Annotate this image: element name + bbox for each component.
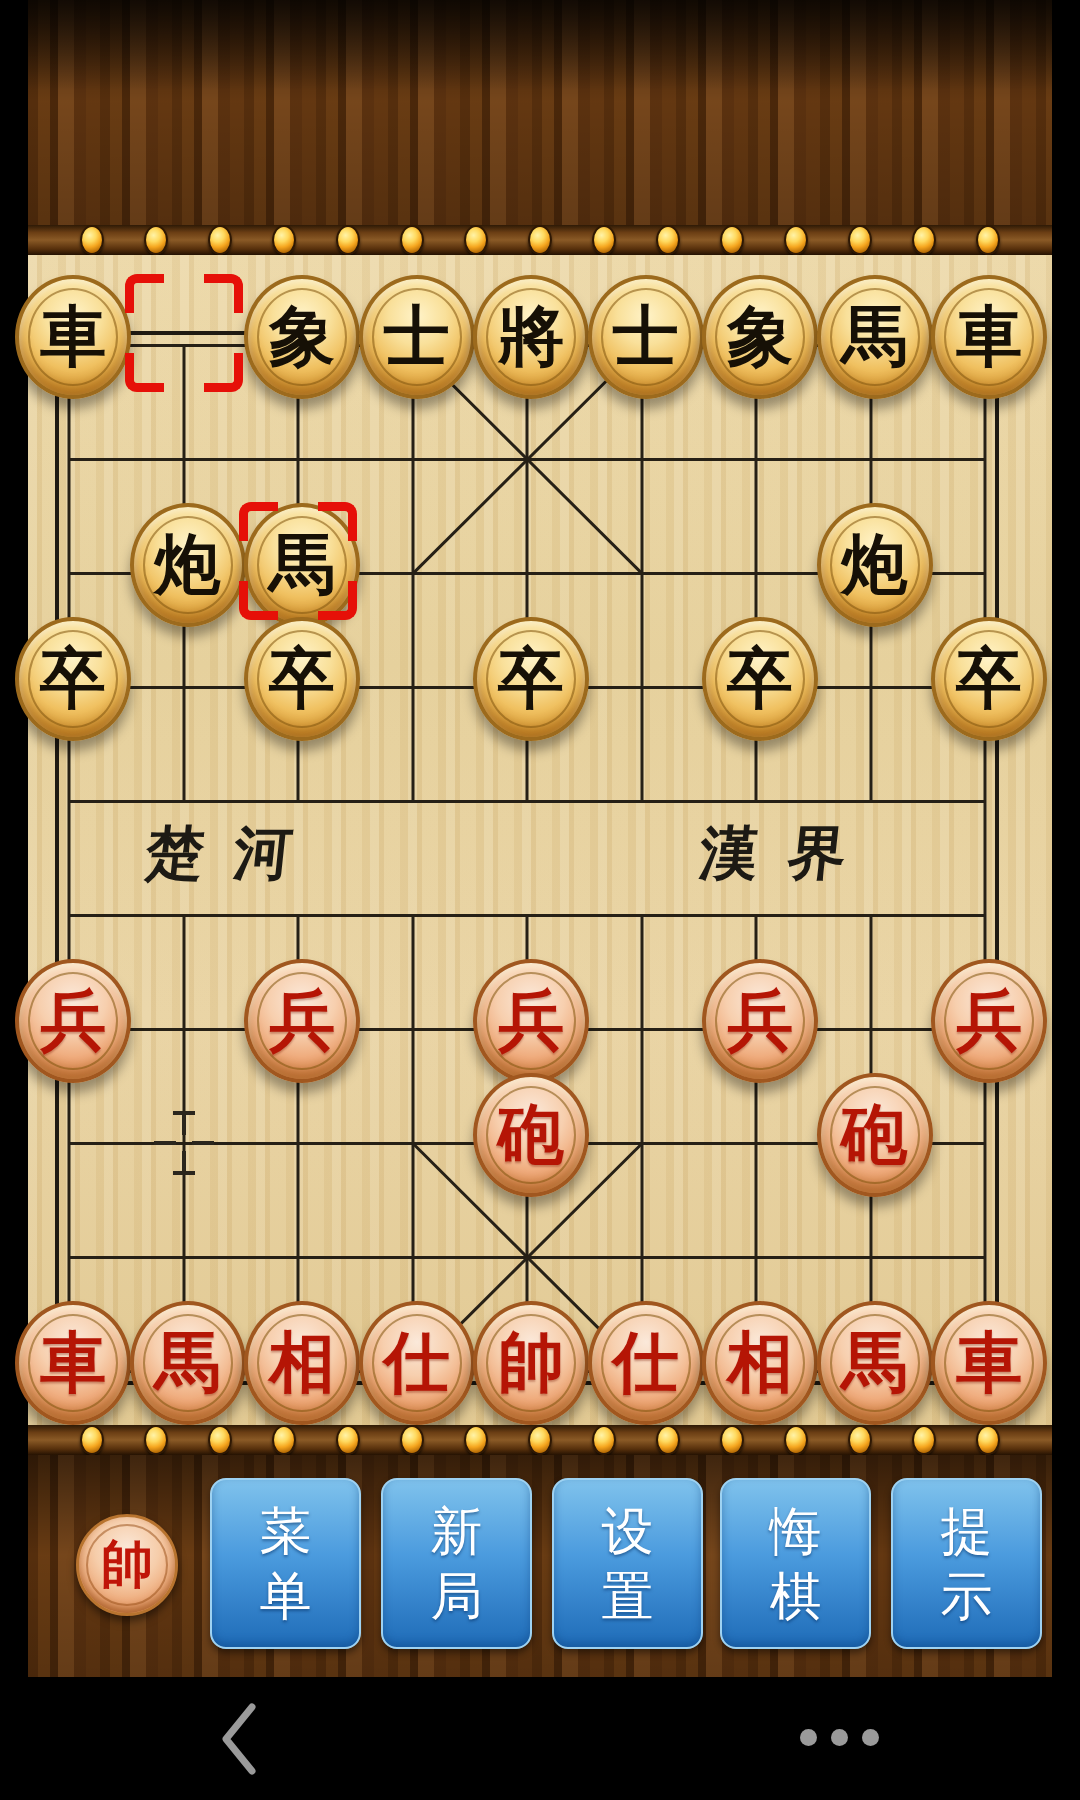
piece-glyph: 象 xyxy=(727,304,793,370)
piece-glyph: 士 xyxy=(384,304,450,370)
gold-stud xyxy=(656,225,680,255)
piece-glyph: 車 xyxy=(956,304,1022,370)
piece-glyph: 兵 xyxy=(40,988,106,1054)
top-stud-bar xyxy=(28,225,1052,255)
piece-glyph: 將 xyxy=(498,304,564,370)
piece-black-士-f3r0[interactable]: 士 xyxy=(359,275,475,399)
piece-red-兵-f2r6[interactable]: 兵 xyxy=(244,959,360,1083)
piece-red-相-f2r9[interactable]: 相 xyxy=(244,1301,360,1425)
piece-black-象-f6r0[interactable]: 象 xyxy=(702,275,818,399)
piece-red-仕-f3r9[interactable]: 仕 xyxy=(359,1301,475,1425)
piece-glyph: 車 xyxy=(40,304,106,370)
piece-glyph: 仕 xyxy=(384,1330,450,1396)
back-chevron-icon[interactable] xyxy=(218,1701,262,1777)
gold-stud xyxy=(80,225,104,255)
gold-stud xyxy=(912,225,936,255)
gold-stud xyxy=(464,225,488,255)
gold-stud xyxy=(784,1425,808,1455)
xiangqi-app-screen: 楚河 漢界 車象士將士象馬車炮馬炮卒卒卒卒卒兵兵兵兵兵砲砲車馬相仕帥仕相馬車 帥… xyxy=(0,0,1080,1800)
last-move-marker-brackets xyxy=(239,502,357,620)
piece-glyph: 馬 xyxy=(842,1330,908,1396)
settings-button-label: 设置 xyxy=(599,1499,657,1629)
piece-red-馬-f7r9[interactable]: 馬 xyxy=(817,1301,933,1425)
gold-stud xyxy=(848,1425,872,1455)
gold-stud xyxy=(528,225,552,255)
piece-red-相-f6r9[interactable]: 相 xyxy=(702,1301,818,1425)
piece-red-砲-f7r7[interactable]: 砲 xyxy=(817,1073,933,1197)
gold-stud xyxy=(592,225,616,255)
gold-stud xyxy=(208,1425,232,1455)
piece-glyph: 卒 xyxy=(498,646,564,712)
piece-black-卒-f8r3[interactable]: 卒 xyxy=(931,617,1047,741)
gold-stud xyxy=(208,225,232,255)
gold-stud xyxy=(80,1425,104,1455)
piece-glyph: 炮 xyxy=(842,532,908,598)
gold-stud xyxy=(720,1425,744,1455)
gold-stud xyxy=(272,225,296,255)
piece-black-將-f4r0[interactable]: 將 xyxy=(473,275,589,399)
piece-black-卒-f0r3[interactable]: 卒 xyxy=(15,617,131,741)
gold-stud xyxy=(400,1425,424,1455)
menu-button[interactable]: 菜单 xyxy=(210,1478,361,1649)
piece-black-卒-f2r3[interactable]: 卒 xyxy=(244,617,360,741)
piece-glyph: 車 xyxy=(956,1330,1022,1396)
piece-black-象-f2r0[interactable]: 象 xyxy=(244,275,360,399)
hint-button[interactable]: 提示 xyxy=(891,1478,1042,1649)
piece-black-馬-f7r0[interactable]: 馬 xyxy=(817,275,933,399)
piece-glyph: 馬 xyxy=(842,304,908,370)
gold-stud xyxy=(272,1425,296,1455)
bottom-stud-bar xyxy=(28,1425,1052,1455)
last-move-marker-brackets xyxy=(125,274,243,392)
move-origin-crosshair-marker xyxy=(152,1111,216,1175)
piece-glyph: 兵 xyxy=(269,988,335,1054)
piece-glyph: 炮 xyxy=(155,532,221,598)
piece-black-車-f8r0[interactable]: 車 xyxy=(931,275,1047,399)
xiangqi-board[interactable]: 楚河 漢界 車象士將士象馬車炮馬炮卒卒卒卒卒兵兵兵兵兵砲砲車馬相仕帥仕相馬車 xyxy=(28,255,1052,1425)
piece-red-兵-f6r6[interactable]: 兵 xyxy=(702,959,818,1083)
red-general-glyph: 帥 xyxy=(101,1530,153,1600)
system-nav-bar xyxy=(0,1677,1080,1800)
gold-stud xyxy=(336,1425,360,1455)
piece-black-炮-f1r2[interactable]: 炮 xyxy=(130,503,246,627)
undo-move-button[interactable]: 悔棋 xyxy=(720,1478,871,1649)
piece-glyph: 卒 xyxy=(727,646,793,712)
piece-red-車-f8r9[interactable]: 車 xyxy=(931,1301,1047,1425)
gold-stud xyxy=(912,1425,936,1455)
piece-glyph: 砲 xyxy=(842,1102,908,1168)
piece-glyph: 車 xyxy=(40,1330,106,1396)
grid-line xyxy=(68,345,71,1371)
gold-stud xyxy=(592,1425,616,1455)
gold-stud xyxy=(976,1425,1000,1455)
settings-button[interactable]: 设置 xyxy=(552,1478,703,1649)
gold-stud xyxy=(720,225,744,255)
undo-move-button-label: 悔棋 xyxy=(767,1499,825,1629)
gold-stud xyxy=(848,225,872,255)
gold-stud xyxy=(976,225,1000,255)
piece-red-砲-f4r7[interactable]: 砲 xyxy=(473,1073,589,1197)
piece-glyph: 卒 xyxy=(956,646,1022,712)
piece-glyph: 兵 xyxy=(727,988,793,1054)
piece-glyph: 仕 xyxy=(613,1330,679,1396)
piece-red-仕-f5r9[interactable]: 仕 xyxy=(588,1301,704,1425)
top-wood-panel xyxy=(28,0,1052,225)
piece-glyph: 兵 xyxy=(498,988,564,1054)
piece-black-士-f5r0[interactable]: 士 xyxy=(588,275,704,399)
piece-glyph: 帥 xyxy=(498,1330,564,1396)
grid-line xyxy=(984,345,987,1371)
bottom-toolbar: 帥 菜单 新局 设置 悔棋 提示 xyxy=(28,1455,1052,1677)
red-general-piece-button[interactable]: 帥 xyxy=(76,1514,178,1616)
piece-glyph: 馬 xyxy=(155,1330,221,1396)
piece-glyph: 兵 xyxy=(956,988,1022,1054)
piece-black-炮-f7r2[interactable]: 炮 xyxy=(817,503,933,627)
gold-stud xyxy=(464,1425,488,1455)
piece-glyph: 相 xyxy=(269,1330,335,1396)
piece-glyph: 卒 xyxy=(40,646,106,712)
piece-red-兵-f4r6[interactable]: 兵 xyxy=(473,959,589,1083)
gold-stud xyxy=(528,1425,552,1455)
piece-red-車-f0r9[interactable]: 車 xyxy=(15,1301,131,1425)
piece-red-兵-f8r6[interactable]: 兵 xyxy=(931,959,1047,1083)
gold-stud xyxy=(336,225,360,255)
piece-black-卒-f4r3[interactable]: 卒 xyxy=(473,617,589,741)
piece-glyph: 士 xyxy=(613,304,679,370)
piece-glyph: 卒 xyxy=(269,646,335,712)
more-options-icon[interactable] xyxy=(800,1729,879,1746)
piece-red-馬-f1r9[interactable]: 馬 xyxy=(130,1301,246,1425)
menu-button-label: 菜单 xyxy=(257,1499,315,1629)
gold-stud xyxy=(784,225,808,255)
piece-glyph: 砲 xyxy=(498,1102,564,1168)
new-game-button[interactable]: 新局 xyxy=(381,1478,532,1649)
gold-stud xyxy=(144,1425,168,1455)
gold-stud xyxy=(656,1425,680,1455)
gold-stud xyxy=(144,225,168,255)
piece-red-帥-f4r9[interactable]: 帥 xyxy=(473,1301,589,1425)
piece-black-卒-f6r3[interactable]: 卒 xyxy=(702,617,818,741)
gold-stud xyxy=(400,225,424,255)
piece-glyph: 象 xyxy=(269,304,335,370)
piece-glyph: 相 xyxy=(727,1330,793,1396)
piece-black-車-f0r0[interactable]: 車 xyxy=(15,275,131,399)
hint-button-label: 提示 xyxy=(938,1499,996,1629)
piece-red-兵-f0r6[interactable]: 兵 xyxy=(15,959,131,1083)
new-game-button-label: 新局 xyxy=(428,1499,486,1629)
